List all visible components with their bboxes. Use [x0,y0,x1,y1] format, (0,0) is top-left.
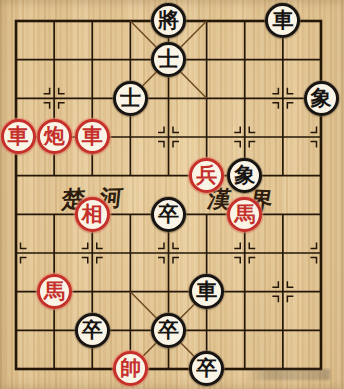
piece-red-chariot[interactable]: 車 [1,119,36,154]
piece-red-cannon[interactable]: 炮 [37,119,72,154]
piece-black-advisor[interactable]: 士 [151,42,186,77]
watermark [246,369,330,380]
piece-red-general[interactable]: 帥 [113,351,148,386]
piece-red-soldier[interactable]: 兵 [189,158,224,193]
piece-black-soldier[interactable]: 卒 [151,197,186,232]
piece-black-chariot[interactable]: 車 [265,3,300,38]
piece-red-horse[interactable]: 馬 [37,274,72,309]
piece-black-soldier[interactable]: 卒 [151,313,186,348]
piece-black-soldier[interactable]: 卒 [189,351,224,386]
piece-black-soldier[interactable]: 卒 [75,313,110,348]
piece-red-chariot[interactable]: 車 [75,119,110,154]
piece-red-elephant[interactable]: 相 [75,197,110,232]
xiangqi-board: 楚河 漢界 將車士士象車炮車兵象相卒馬馬車卒卒帥卒 [0,0,344,389]
pieces-grid: 將車士士象車炮車兵象相卒馬馬車卒卒帥卒 [0,2,340,389]
piece-black-elephant[interactable]: 象 [227,158,262,193]
piece-red-horse[interactable]: 馬 [227,197,262,232]
piece-black-elephant[interactable]: 象 [304,81,339,116]
piece-black-advisor[interactable]: 士 [113,81,148,116]
piece-black-general[interactable]: 將 [151,3,186,38]
piece-black-chariot[interactable]: 車 [189,274,224,309]
